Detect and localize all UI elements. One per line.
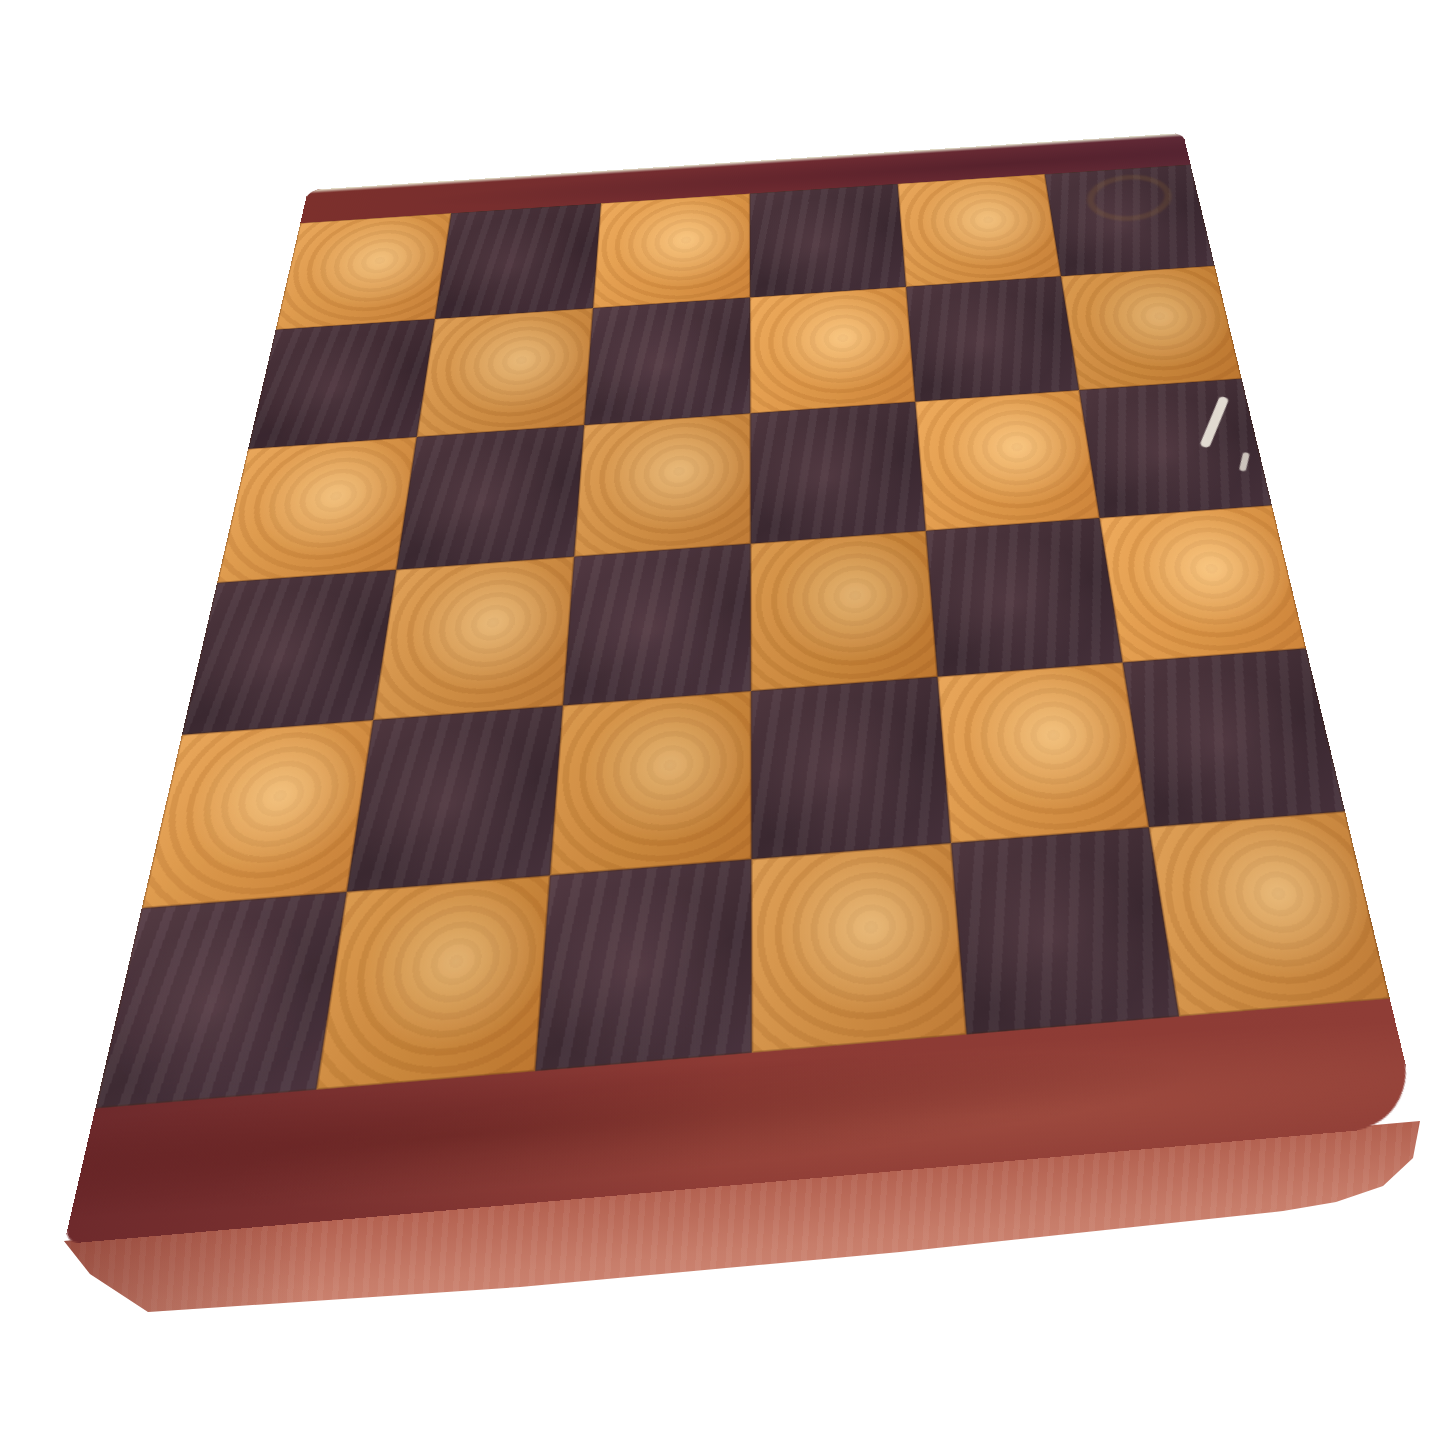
square-r6c2-light	[316, 875, 550, 1089]
square-r6c3-dark	[535, 859, 752, 1071]
square-r2c4-light	[750, 287, 915, 414]
square-r1c1-light	[276, 213, 451, 330]
square-r5c3-light	[550, 691, 751, 875]
board-photo-scene	[0, 0, 1445, 1445]
square-r1c2-dark	[435, 203, 601, 319]
square-r3c6-dark	[1079, 379, 1272, 518]
square-r4c2-light	[373, 557, 574, 720]
square-r1c5-light	[898, 174, 1061, 287]
square-r3c5-light	[915, 390, 1099, 531]
square-r3c3-light	[574, 413, 750, 556]
square-r2c5-dark	[906, 276, 1079, 401]
square-r5c5-light	[938, 662, 1149, 843]
square-r2c6-light	[1061, 266, 1242, 390]
square-r1c4-dark	[750, 184, 906, 298]
square-r2c1-dark	[248, 319, 435, 449]
square-r3c4-dark	[750, 402, 925, 544]
square-r5c1-light	[142, 720, 373, 908]
square-r6c1-dark	[95, 892, 346, 1109]
square-r5c2-dark	[347, 705, 563, 891]
square-r3c1-light	[217, 437, 417, 583]
square-r2c2-light	[417, 308, 593, 437]
square-r5c6-dark	[1123, 648, 1345, 827]
square-r6c5-dark	[951, 827, 1179, 1034]
square-r6c4-light	[751, 843, 966, 1053]
square-r4c6-light	[1100, 505, 1307, 662]
square-r4c4-light	[751, 531, 938, 691]
square-r4c5-dark	[926, 518, 1123, 677]
square-r3c2-dark	[396, 425, 584, 570]
square-r1c3-light	[593, 193, 750, 308]
square-r4c3-dark	[563, 544, 751, 706]
square-r4c1-dark	[182, 570, 396, 735]
square-r5c4-dark	[751, 677, 951, 859]
square-r6c6-light	[1149, 811, 1390, 1016]
checker-grid	[95, 164, 1389, 1108]
square-r2c3-dark	[584, 297, 750, 425]
board-top-surface	[64, 133, 1420, 1244]
